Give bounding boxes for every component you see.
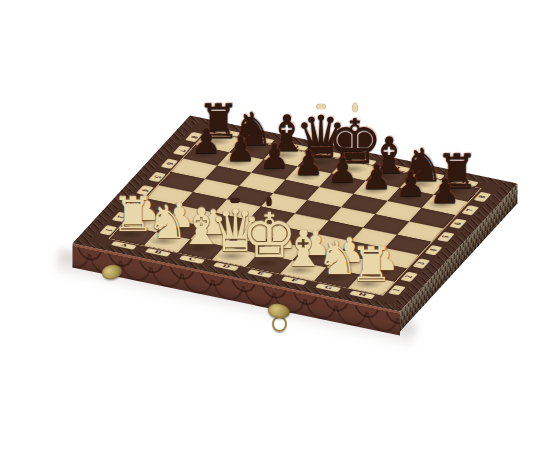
brass-clasp-icon <box>268 304 290 332</box>
finial-ornament <box>352 103 357 112</box>
clasp-body <box>267 303 291 320</box>
clasp-body <box>101 263 124 281</box>
finial-ornament <box>316 104 325 109</box>
clasp-ring <box>272 316 287 332</box>
chess-set-photo: ABCDEFGH ABCDEFGH 87654321 87654321 ♜♞♝♛… <box>0 0 550 450</box>
brass-clasp-icon <box>102 265 122 279</box>
